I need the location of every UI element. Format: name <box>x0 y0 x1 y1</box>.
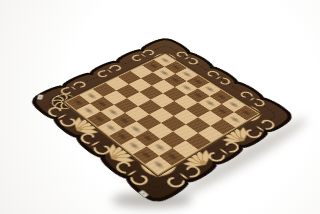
scene-tilt: ♜♞♝♛♚♝♞♜♟♟♟♟♟♟♟♟♟♟♟♟♟♟♟♟♜♞♝♛♚♝♞♜ <box>0 0 320 214</box>
photo-background: ♜♞♝♛♚♝♞♜♟♟♟♟♟♟♟♟♟♟♟♟♟♟♟♟♜♞♝♛♚♝♞♜ <box>0 0 320 214</box>
pieces-layer: ♜♞♝♛♚♝♞♜♟♟♟♟♟♟♟♟♟♟♟♟♟♟♟♟♜♞♝♛♚♝♞♜ <box>26 35 297 206</box>
rook-glyph: ♜ <box>146 137 172 166</box>
chess-board: ♜♞♝♛♚♝♞♜♟♟♟♟♟♟♟♟♟♟♟♟♟♟♟♟♜♞♝♛♚♝♞♜ <box>26 36 297 207</box>
perspective-wrapper: ♜♞♝♛♚♝♞♜♟♟♟♟♟♟♟♟♟♟♟♟♟♟♟♟♜♞♝♛♚♝♞♜ <box>60 6 263 209</box>
pawn-glyph: ♟ <box>225 98 245 120</box>
